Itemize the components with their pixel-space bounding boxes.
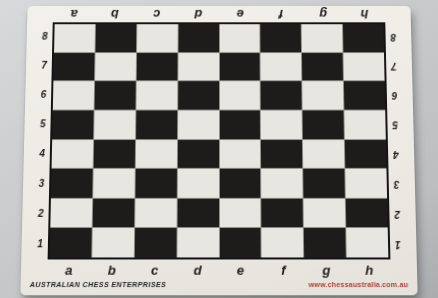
file-label-top-d-cell: d: [177, 6, 219, 22]
square-b6[interactable]: [94, 81, 135, 109]
square-a7[interactable]: [53, 53, 94, 81]
file-label-top-d: d: [194, 8, 202, 20]
rank-label-right-8-cell: 8: [385, 22, 411, 51]
file-label-top-b-cell: b: [94, 6, 136, 22]
square-g3[interactable]: [303, 169, 344, 198]
square-a8[interactable]: [54, 24, 95, 52]
square-a5[interactable]: [52, 110, 93, 138]
file-label-bottom-f: f: [281, 263, 286, 276]
file-label-bottom-g-cell: g: [305, 259, 348, 279]
chess-board-sheet: abcdefgh 87654321 87654321 abcdefgh AUST…: [20, 6, 417, 295]
square-h7[interactable]: [344, 53, 385, 81]
square-c8[interactable]: [137, 24, 178, 52]
rank-label-right-8: 8: [390, 32, 396, 42]
rank-label-left-3: 3: [39, 179, 45, 189]
file-label-bottom-c-cell: c: [133, 259, 176, 279]
square-h5[interactable]: [345, 110, 386, 138]
rank-label-left-7: 7: [41, 61, 47, 71]
file-label-top-h-cell: h: [343, 6, 385, 22]
sheet-footer: AUSTRALIAN CHESS ENTERPRISES www.chessau…: [20, 280, 417, 295]
square-a3[interactable]: [51, 169, 93, 198]
rank-label-right-2: 2: [394, 209, 400, 219]
rank-label-right-4-cell: 4: [388, 139, 415, 169]
top-file-labels: abcdefgh: [53, 6, 386, 22]
file-label-top-a-cell: a: [53, 6, 95, 22]
square-e6[interactable]: [219, 81, 260, 109]
square-h2[interactable]: [346, 199, 388, 228]
bottom-file-labels: abcdefgh: [47, 259, 391, 279]
file-label-bottom-a-cell: a: [47, 259, 90, 279]
file-label-top-c-cell: c: [136, 6, 178, 22]
square-c7[interactable]: [136, 53, 177, 81]
square-g5[interactable]: [303, 110, 344, 138]
file-label-bottom-a: a: [65, 263, 73, 276]
square-e8[interactable]: [219, 24, 259, 52]
file-label-bottom-h: h: [365, 263, 373, 276]
rank-label-left-4-cell: 4: [23, 139, 50, 169]
website-text: www.chessaustralia.com.au: [308, 281, 408, 288]
rank-label-left-3-cell: 3: [23, 169, 50, 199]
file-label-bottom-b: b: [108, 263, 116, 276]
square-c3[interactable]: [135, 169, 176, 198]
square-f6[interactable]: [261, 81, 302, 109]
square-h1[interactable]: [346, 228, 388, 257]
square-f2[interactable]: [262, 199, 303, 228]
square-h4[interactable]: [345, 140, 386, 168]
square-e7[interactable]: [219, 53, 260, 81]
square-h8[interactable]: [343, 24, 384, 52]
square-e3[interactable]: [220, 169, 261, 198]
square-e2[interactable]: [220, 199, 261, 228]
file-label-bottom-d: d: [193, 263, 201, 276]
rank-label-right-1-cell: 1: [390, 229, 417, 259]
square-d3[interactable]: [177, 169, 218, 198]
square-c2[interactable]: [135, 199, 176, 228]
square-g8[interactable]: [302, 24, 343, 52]
square-g6[interactable]: [303, 81, 344, 109]
square-h3[interactable]: [345, 169, 387, 198]
square-a6[interactable]: [53, 81, 94, 109]
rank-label-right-1: 1: [395, 239, 401, 249]
square-b7[interactable]: [95, 53, 136, 81]
rank-label-left-6-cell: 6: [25, 80, 52, 109]
square-f7[interactable]: [261, 53, 302, 81]
rank-label-left-2: 2: [38, 209, 44, 219]
file-label-top-e-cell: e: [219, 6, 261, 22]
file-label-top-a: a: [70, 8, 77, 20]
publisher-text: AUSTRALIAN CHESS ENTERPRISES: [30, 281, 167, 288]
rank-label-left-6: 6: [41, 90, 47, 100]
square-e5[interactable]: [219, 110, 260, 138]
file-label-top-b: b: [111, 8, 119, 20]
square-c5[interactable]: [136, 110, 177, 138]
rank-label-right-6: 6: [392, 90, 398, 100]
right-rank-labels: 87654321: [385, 22, 416, 259]
square-d2[interactable]: [177, 199, 218, 228]
rank-label-right-2-cell: 2: [389, 199, 416, 229]
photo-background: abcdefgh 87654321 87654321 abcdefgh AUST…: [0, 0, 438, 298]
file-label-top-e: e: [236, 8, 243, 20]
square-b2[interactable]: [93, 199, 135, 228]
rank-label-right-5: 5: [392, 119, 398, 129]
square-a2[interactable]: [50, 199, 92, 228]
file-label-top-h: h: [360, 8, 368, 20]
square-f3[interactable]: [261, 169, 302, 198]
rank-label-left-8-cell: 8: [26, 22, 52, 51]
chess-board: [48, 22, 391, 259]
rank-label-right-6-cell: 6: [387, 80, 414, 109]
file-label-top-f: f: [279, 8, 283, 20]
square-b3[interactable]: [93, 169, 134, 198]
square-c1[interactable]: [135, 228, 177, 257]
square-d5[interactable]: [178, 110, 219, 138]
file-label-top-g: g: [319, 8, 327, 20]
file-label-bottom-f-cell: f: [262, 259, 305, 279]
file-label-bottom-g: g: [322, 263, 330, 276]
square-f1[interactable]: [262, 228, 304, 257]
square-e4[interactable]: [219, 140, 260, 168]
rank-label-left-5: 5: [40, 119, 46, 129]
file-label-bottom-b-cell: b: [90, 259, 133, 279]
square-f4[interactable]: [261, 140, 302, 168]
square-d6[interactable]: [178, 81, 219, 109]
rank-label-left-4: 4: [39, 149, 45, 159]
rank-label-right-7-cell: 7: [386, 51, 412, 80]
square-g7[interactable]: [302, 53, 343, 81]
square-a1[interactable]: [50, 228, 92, 257]
rank-label-left-1-cell: 1: [21, 229, 48, 259]
rank-label-right-4: 4: [393, 149, 399, 159]
square-a4[interactable]: [52, 140, 93, 168]
file-label-top-f-cell: f: [260, 6, 302, 22]
rank-label-left-8: 8: [42, 32, 48, 42]
square-c4[interactable]: [136, 140, 177, 168]
square-b1[interactable]: [92, 228, 134, 257]
rank-label-right-3: 3: [394, 179, 400, 189]
square-d1[interactable]: [177, 228, 218, 257]
square-g2[interactable]: [304, 199, 346, 228]
file-label-bottom-d-cell: d: [176, 259, 219, 279]
square-d4[interactable]: [178, 140, 219, 168]
square-f8[interactable]: [261, 24, 302, 52]
rank-label-left-7-cell: 7: [26, 51, 52, 80]
square-g4[interactable]: [303, 140, 344, 168]
square-g1[interactable]: [304, 228, 346, 257]
rank-label-right-7: 7: [391, 61, 397, 71]
file-label-bottom-e: e: [237, 263, 244, 276]
rank-label-right-5-cell: 5: [387, 110, 414, 140]
file-label-bottom-h-cell: h: [348, 259, 391, 279]
square-h6[interactable]: [344, 81, 385, 109]
square-e1[interactable]: [220, 228, 261, 257]
square-f5[interactable]: [261, 110, 302, 138]
file-label-top-g-cell: g: [302, 6, 344, 22]
square-d8[interactable]: [178, 24, 218, 52]
rank-label-left-5-cell: 5: [24, 110, 51, 140]
square-b5[interactable]: [94, 110, 135, 138]
rank-label-left-1: 1: [37, 239, 43, 249]
rank-label-left-2-cell: 2: [22, 199, 49, 229]
square-d7[interactable]: [178, 53, 219, 81]
square-b4[interactable]: [94, 140, 135, 168]
square-c6[interactable]: [136, 81, 177, 109]
rank-label-right-3-cell: 3: [388, 169, 415, 199]
square-b8[interactable]: [95, 24, 136, 52]
file-label-bottom-e-cell: e: [219, 259, 262, 279]
file-label-bottom-c: c: [151, 263, 158, 276]
file-label-top-c: c: [153, 8, 160, 20]
